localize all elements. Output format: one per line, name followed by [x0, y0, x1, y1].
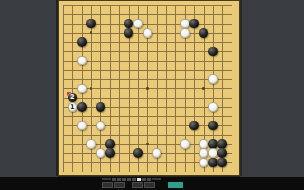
black-stone — [96, 102, 106, 112]
white-stone — [180, 19, 190, 29]
white-stone — [199, 139, 209, 149]
progress-segment[interactable] — [147, 178, 151, 181]
black-stone — [105, 148, 115, 158]
progress-segment-active[interactable] — [137, 178, 141, 181]
player-button-2[interactable] — [114, 182, 125, 188]
player-button-4[interactable] — [144, 182, 155, 188]
black-stone — [208, 121, 218, 131]
black-stone — [217, 148, 227, 158]
black-stone — [124, 28, 134, 38]
player-button-1[interactable] — [102, 182, 113, 188]
black-stone — [208, 139, 218, 149]
white-stone — [77, 121, 87, 131]
black-stone — [217, 139, 227, 149]
player-controls — [102, 178, 202, 188]
black-stone — [77, 102, 87, 112]
white-stone — [86, 139, 96, 149]
progress-segment[interactable] — [117, 178, 121, 181]
last-move-marker-icon — [67, 92, 71, 96]
black-stone — [199, 28, 209, 38]
segment-label-right — [152, 178, 161, 180]
white-stone — [143, 28, 153, 38]
progress-segment-row — [102, 178, 202, 181]
star-point — [202, 87, 205, 90]
black-stone — [86, 19, 96, 29]
progress-segment[interactable] — [122, 178, 126, 181]
player-accent-button[interactable] — [168, 182, 183, 188]
player-bar — [0, 177, 304, 190]
white-stone — [180, 139, 190, 149]
white-stone — [96, 148, 106, 158]
player-button-3[interactable] — [132, 182, 143, 188]
black-stone — [105, 139, 115, 149]
white-stone — [208, 74, 218, 84]
white-stone — [208, 102, 218, 112]
progress-segment[interactable] — [132, 178, 136, 181]
go-board: 21 — [58, 0, 240, 176]
star-point — [146, 87, 149, 90]
white-stone — [133, 19, 143, 29]
segment-label-left — [102, 178, 111, 180]
black-stone — [133, 148, 143, 158]
black-stone — [208, 158, 218, 168]
black-stone — [208, 47, 218, 57]
move-number-label: 1 — [70, 104, 75, 111]
player-button-row — [102, 182, 202, 188]
black-stone — [189, 121, 199, 131]
white-stone — [77, 84, 87, 94]
progress-segment[interactable] — [112, 178, 116, 181]
progress-segment[interactable] — [127, 178, 131, 181]
star-point — [146, 143, 149, 146]
white-stone — [77, 56, 87, 66]
black-stone — [77, 37, 87, 47]
progress-segment[interactable] — [142, 178, 146, 181]
video-frame: { "game": "go", "board_size": 19, "posit… — [0, 0, 304, 190]
white-stone — [180, 28, 190, 38]
white-stone: 1 — [68, 102, 78, 112]
white-stone — [208, 148, 218, 158]
